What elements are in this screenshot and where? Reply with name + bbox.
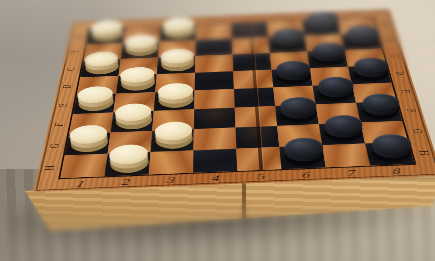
black-piece[interactable]: [317, 86, 355, 104]
black-piece[interactable]: [272, 37, 306, 52]
coordinate-label: 4: [192, 173, 237, 185]
photo-scene: 12345678 12345678 ABCDEFGH ABCDEFGH: [0, 0, 435, 261]
white-piece[interactable]: [77, 96, 115, 114]
white-piece[interactable]: [155, 131, 193, 151]
white-piece[interactable]: [125, 43, 159, 58]
black-piece[interactable]: [361, 103, 401, 122]
white-piece[interactable]: [161, 58, 195, 74]
black-piece[interactable]: [276, 70, 312, 87]
coordinate-label: 5: [237, 171, 283, 183]
black-piece[interactable]: [345, 34, 381, 49]
board-grid: [58, 17, 416, 179]
white-piece[interactable]: [91, 29, 125, 44]
black-piece[interactable]: [280, 107, 318, 126]
black-piece[interactable]: [324, 125, 365, 145]
white-piece[interactable]: [163, 26, 195, 41]
black-piece[interactable]: [306, 21, 340, 35]
checkers-board: 12345678 12345678 ABCDEFGH ABCDEFGH: [33, 9, 435, 192]
white-piece[interactable]: [120, 76, 156, 93]
coordinate-label: 7: [327, 167, 374, 179]
black-piece[interactable]: [311, 52, 347, 68]
white-piece[interactable]: [158, 93, 194, 111]
white-piece[interactable]: [69, 135, 109, 155]
white-piece[interactable]: [84, 61, 120, 77]
coordinate-label: 1: [56, 178, 103, 190]
coordinate-label: 6: [282, 169, 328, 181]
black-piece[interactable]: [284, 148, 325, 169]
coordinate-label: 8: [372, 165, 420, 177]
coordinate-label: 2: [101, 176, 147, 188]
black-piece[interactable]: [352, 67, 390, 84]
white-piece[interactable]: [109, 154, 149, 175]
black-piece[interactable]: [370, 144, 413, 165]
white-piece[interactable]: [115, 113, 153, 132]
coordinate-label: 3: [147, 174, 193, 186]
